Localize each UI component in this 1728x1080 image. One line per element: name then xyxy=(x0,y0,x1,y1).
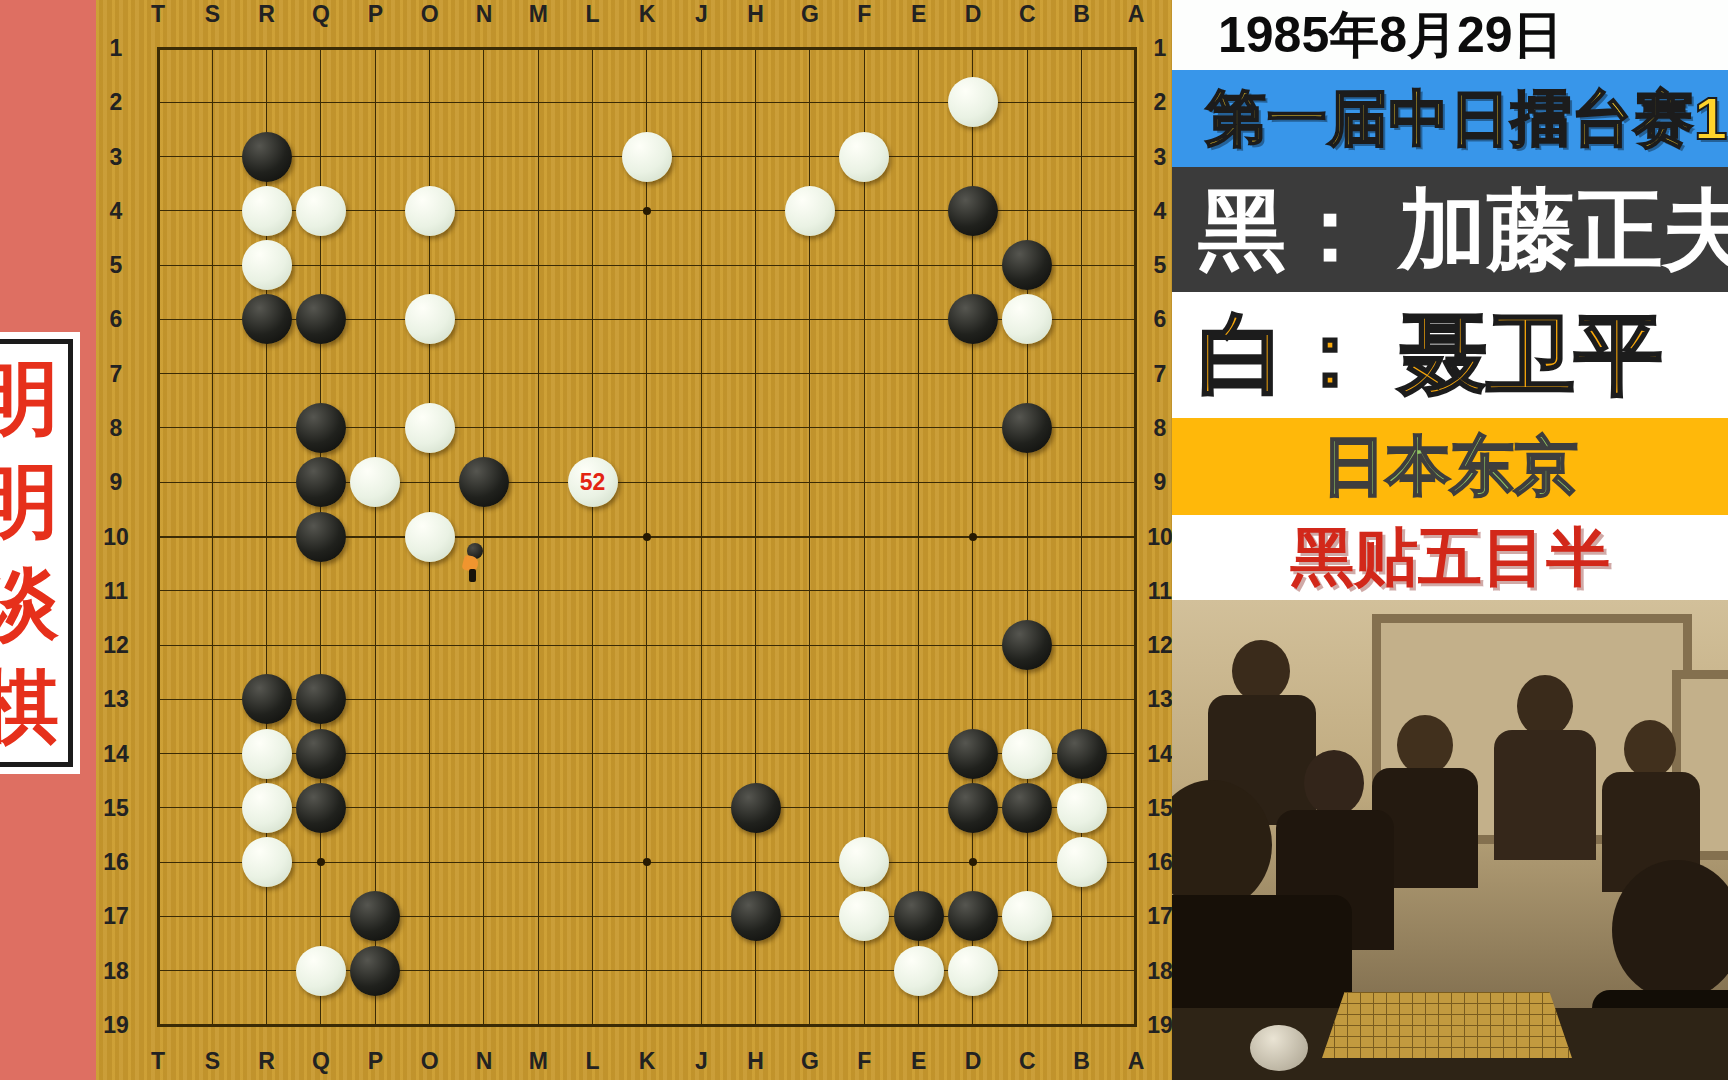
stone-black-H17 xyxy=(731,891,781,941)
photo-person-head xyxy=(1624,720,1676,778)
stone-black-P17 xyxy=(350,891,400,941)
black-player-label: 黑： 加藤正夫 xyxy=(1172,167,1728,292)
row-label-right: 10 xyxy=(1147,523,1173,550)
row-label-right: 7 xyxy=(1154,360,1167,387)
historical-photo xyxy=(1172,600,1728,1080)
stone-black-D4 xyxy=(948,186,998,236)
stone-white-D18 xyxy=(948,946,998,996)
stone-white-F16 xyxy=(839,837,889,887)
stone-white-F17 xyxy=(839,891,889,941)
stone-black-R6 xyxy=(242,294,292,344)
column-label-bottom: E xyxy=(911,1048,926,1075)
row-label-right: 5 xyxy=(1154,252,1167,279)
column-label-top: T xyxy=(151,1,165,28)
stone-black-P18 xyxy=(350,946,400,996)
column-label-top: C xyxy=(1019,1,1036,28)
stone-white-R15 xyxy=(242,783,292,833)
column-label-top: D xyxy=(965,1,982,28)
stone-white-O8 xyxy=(405,403,455,453)
column-label-bottom: K xyxy=(639,1048,656,1075)
row-label-right: 1 xyxy=(1154,35,1167,62)
row-label-left: 6 xyxy=(110,306,123,333)
stone-black-C5 xyxy=(1002,240,1052,290)
stone-black-D15 xyxy=(948,783,998,833)
column-label-bottom: M xyxy=(529,1048,548,1075)
stone-white-L9: 52 xyxy=(568,457,618,507)
row-label-right: 18 xyxy=(1147,957,1173,984)
star-point xyxy=(317,858,325,866)
stone-black-C12 xyxy=(1002,620,1052,670)
row-label-right: 12 xyxy=(1147,632,1173,659)
row-label-left: 15 xyxy=(103,794,129,821)
row-label-left: 17 xyxy=(103,903,129,930)
stone-black-Q10 xyxy=(296,512,346,562)
stone-black-C8 xyxy=(1002,403,1052,453)
stone-white-R5 xyxy=(242,240,292,290)
grid-line-horizontal xyxy=(157,47,1138,50)
row-label-left: 10 xyxy=(103,523,129,550)
komi-label: 黑贴五目半 xyxy=(1172,515,1728,600)
stone-black-D14 xyxy=(948,729,998,779)
row-label-left: 7 xyxy=(110,360,123,387)
row-label-left: 4 xyxy=(110,197,123,224)
column-label-bottom: O xyxy=(421,1048,439,1075)
column-label-top: M xyxy=(529,1,548,28)
column-label-bottom: H xyxy=(747,1048,764,1075)
cursor-base-icon xyxy=(469,569,476,582)
column-label-bottom: Q xyxy=(312,1048,330,1075)
stone-black-R13 xyxy=(242,674,292,724)
star-point xyxy=(969,533,977,541)
column-label-top: F xyxy=(857,1,871,28)
stone-white-C14 xyxy=(1002,729,1052,779)
column-label-top: K xyxy=(639,1,656,28)
row-label-left: 1 xyxy=(110,35,123,62)
banner-frame: 明 明 谈 棋 xyxy=(0,339,73,767)
banner-char: 棋 xyxy=(0,658,59,756)
row-label-right: 11 xyxy=(1148,577,1172,604)
stone-white-O10 xyxy=(405,512,455,562)
stone-black-Q6 xyxy=(296,294,346,344)
stone-white-R14 xyxy=(242,729,292,779)
stone-black-Q9 xyxy=(296,457,346,507)
row-label-right: 19 xyxy=(1147,1012,1173,1039)
last-move-number: 52 xyxy=(580,469,606,496)
column-label-bottom: D xyxy=(965,1048,982,1075)
column-label-top: N xyxy=(476,1,493,28)
column-label-top: A xyxy=(1128,1,1145,28)
row-label-left: 9 xyxy=(110,469,123,496)
row-label-right: 2 xyxy=(1154,89,1167,116)
stone-black-D6 xyxy=(948,294,998,344)
column-label-bottom: L xyxy=(586,1048,600,1075)
photo-person-head xyxy=(1304,750,1364,816)
stone-white-B15 xyxy=(1057,783,1107,833)
stone-black-Q15 xyxy=(296,783,346,833)
column-label-top: Q xyxy=(312,1,330,28)
column-label-top: J xyxy=(695,1,708,28)
photo-goban xyxy=(1322,992,1572,1058)
column-label-top: L xyxy=(586,1,600,28)
grid-line-horizontal xyxy=(157,590,1138,591)
column-label-bottom: P xyxy=(368,1048,383,1075)
row-label-left: 8 xyxy=(110,414,123,441)
column-label-bottom: G xyxy=(801,1048,819,1075)
row-label-right: 4 xyxy=(1154,197,1167,224)
row-label-left: 5 xyxy=(110,252,123,279)
grid-line-horizontal xyxy=(157,373,1138,374)
column-label-top: H xyxy=(747,1,764,28)
stone-black-C15 xyxy=(1002,783,1052,833)
photo-person-body xyxy=(1494,730,1596,860)
info-panel: 1985年8月29日 第一届中日擂台赛1 黑： 加藤正夫 白： 聂卫平 日本东京… xyxy=(1172,0,1728,1080)
column-label-top: R xyxy=(258,1,275,28)
event-title-banner: 第一届中日擂台赛1 xyxy=(1172,70,1728,167)
banner-char: 明 xyxy=(0,453,59,551)
photo-stone-bowl xyxy=(1250,1025,1308,1071)
star-point xyxy=(643,533,651,541)
photo-person-head xyxy=(1232,640,1290,702)
column-label-bottom: T xyxy=(151,1048,165,1075)
column-label-bottom: J xyxy=(695,1048,708,1075)
vertical-club-banner: 明 明 谈 棋 xyxy=(0,332,80,774)
row-label-right: 3 xyxy=(1154,143,1167,170)
photo-person-head xyxy=(1397,715,1453,775)
photo-person-head xyxy=(1517,675,1573,737)
stone-white-Q18 xyxy=(296,946,346,996)
column-label-top: E xyxy=(911,1,926,28)
stone-black-E17 xyxy=(894,891,944,941)
stone-black-Q8 xyxy=(296,403,346,453)
row-label-left: 12 xyxy=(103,632,129,659)
photo-foreground-player-head xyxy=(1612,860,1728,1000)
stone-white-D2 xyxy=(948,77,998,127)
column-label-bottom: F xyxy=(857,1048,871,1075)
stone-white-R4 xyxy=(242,186,292,236)
stone-white-P9 xyxy=(350,457,400,507)
white-player-label: 白： 聂卫平 xyxy=(1172,292,1728,418)
row-label-right: 16 xyxy=(1147,849,1173,876)
column-label-top: G xyxy=(801,1,819,28)
row-label-right: 8 xyxy=(1154,414,1167,441)
stone-white-Q4 xyxy=(296,186,346,236)
column-label-bottom: R xyxy=(258,1048,275,1075)
column-label-top: P xyxy=(368,1,383,28)
left-sidebar: 明 明 谈 棋 xyxy=(0,0,96,1080)
go-board[interactable]: TTSSRRQQPPOONNMMLLKKJJHHGGFFEEDDCCBBAA11… xyxy=(96,0,1172,1080)
screen: 明 明 谈 棋 TTSSRRQQPPOONNMMLLKKJJHHGGFFEEDD… xyxy=(0,0,1728,1080)
stone-black-Q13 xyxy=(296,674,346,724)
stone-black-R3 xyxy=(242,132,292,182)
row-label-left: 2 xyxy=(110,89,123,116)
stone-black-Q14 xyxy=(296,729,346,779)
column-label-bottom: S xyxy=(205,1048,220,1075)
star-point xyxy=(969,858,977,866)
row-label-left: 11 xyxy=(104,577,128,604)
row-label-left: 19 xyxy=(103,1012,129,1039)
stone-white-C6 xyxy=(1002,294,1052,344)
star-point xyxy=(643,858,651,866)
stone-black-H15 xyxy=(731,783,781,833)
row-label-right: 14 xyxy=(1147,740,1173,767)
stone-white-C17 xyxy=(1002,891,1052,941)
star-point xyxy=(643,207,651,215)
row-label-right: 15 xyxy=(1147,794,1173,821)
stone-black-N9 xyxy=(459,457,509,507)
row-label-right: 17 xyxy=(1147,903,1173,930)
row-label-left: 14 xyxy=(103,740,129,767)
row-label-left: 3 xyxy=(110,143,123,170)
column-label-top: B xyxy=(1073,1,1090,28)
column-label-bottom: N xyxy=(476,1048,493,1075)
grid-line-horizontal xyxy=(157,1024,1138,1027)
row-label-right: 9 xyxy=(1154,469,1167,496)
stone-white-R16 xyxy=(242,837,292,887)
grid-line-horizontal xyxy=(157,645,1138,646)
stone-white-F3 xyxy=(839,132,889,182)
row-label-left: 18 xyxy=(103,957,129,984)
banner-char: 谈 xyxy=(0,555,59,653)
venue-label: 日本东京 xyxy=(1172,418,1728,515)
row-label-left: 13 xyxy=(103,686,129,713)
column-label-bottom: B xyxy=(1073,1048,1090,1075)
game-date: 1985年8月29日 xyxy=(1172,0,1728,70)
column-label-bottom: C xyxy=(1019,1048,1036,1075)
column-label-bottom: A xyxy=(1128,1048,1145,1075)
banner-char: 明 xyxy=(0,350,59,448)
column-label-top: O xyxy=(421,1,439,28)
row-label-right: 13 xyxy=(1147,686,1173,713)
stone-white-K3 xyxy=(622,132,672,182)
stone-black-B14 xyxy=(1057,729,1107,779)
row-label-right: 6 xyxy=(1154,306,1167,333)
column-label-top: S xyxy=(205,1,220,28)
stone-white-E18 xyxy=(894,946,944,996)
row-label-left: 16 xyxy=(103,849,129,876)
stone-white-O6 xyxy=(405,294,455,344)
grid-line-horizontal xyxy=(157,265,1138,266)
stone-white-B16 xyxy=(1057,837,1107,887)
stone-black-D17 xyxy=(948,891,998,941)
hand-cursor-icon xyxy=(460,543,484,585)
stone-white-O4 xyxy=(405,186,455,236)
stone-white-G4 xyxy=(785,186,835,236)
